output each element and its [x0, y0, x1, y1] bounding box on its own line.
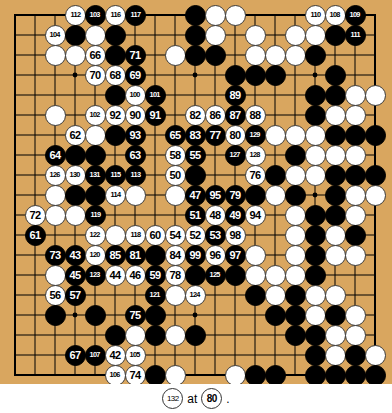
white-stone-118: 118 [125, 225, 146, 246]
black-stone-117: 117 [125, 5, 146, 26]
move-number: 83 [189, 130, 200, 141]
black-stone-125: 125 [205, 265, 226, 286]
white-stone-112: 112 [65, 5, 86, 26]
black-stone-97: 97 [225, 245, 246, 266]
black-stone [345, 225, 366, 246]
white-stone [285, 225, 306, 246]
move-number: 98 [229, 230, 240, 241]
white-stone [325, 245, 346, 266]
move-number: 45 [69, 270, 80, 281]
white-stone-102: 102 [85, 105, 106, 126]
move-number: 44 [109, 270, 120, 281]
black-stone [105, 125, 126, 146]
move-number: 110 [310, 11, 320, 19]
black-stone-51: 51 [185, 205, 206, 226]
white-stone [325, 345, 346, 366]
black-stone-87: 87 [225, 105, 246, 126]
black-stone-55: 55 [185, 145, 206, 166]
white-stone-48: 48 [205, 205, 226, 226]
black-stone [245, 285, 266, 306]
white-stone [45, 205, 66, 226]
black-stone [145, 305, 166, 326]
move-number: 113 [130, 171, 140, 179]
move-number: 127 [230, 151, 240, 159]
black-stone [305, 345, 326, 366]
move-number: 124 [190, 291, 200, 299]
white-stone [285, 245, 306, 266]
white-stone-90: 90 [125, 105, 146, 126]
move-number: 89 [229, 90, 240, 101]
move-number: 78 [169, 270, 180, 281]
black-stone-49: 49 [225, 205, 246, 226]
move-number: 105 [130, 351, 140, 359]
move-number: 42 [109, 350, 120, 361]
white-stone [205, 5, 226, 26]
white-stone [345, 245, 366, 266]
move-number: 93 [129, 130, 140, 141]
black-stone-83: 83 [185, 125, 206, 146]
black-stone-107: 107 [85, 345, 106, 366]
white-stone [45, 105, 66, 126]
move-number: 73 [49, 250, 60, 261]
white-stone-46: 46 [125, 265, 146, 286]
move-number: 121 [150, 291, 160, 299]
black-stone [105, 325, 126, 346]
white-stone [125, 185, 146, 206]
black-stone [325, 365, 346, 386]
move-number: 108 [330, 11, 340, 19]
white-stone-128: 128 [245, 145, 266, 166]
white-stone [265, 45, 286, 66]
move-number: 96 [209, 250, 220, 261]
black-stone [325, 205, 346, 226]
black-stone-127: 127 [225, 145, 246, 166]
move-number: 67 [69, 350, 80, 361]
white-stone [285, 265, 306, 286]
white-stone [345, 185, 366, 206]
white-stone [325, 145, 346, 166]
black-stone [45, 305, 66, 326]
white-stone [305, 305, 326, 326]
white-stone [245, 45, 266, 66]
black-stone-101: 101 [145, 85, 166, 106]
move-number: 72 [29, 210, 40, 221]
move-number: 79 [229, 190, 240, 201]
move-number: 46 [129, 270, 140, 281]
white-stone [325, 105, 346, 126]
move-number: 92 [109, 110, 120, 121]
white-stone-76: 76 [245, 165, 266, 186]
black-stone [185, 5, 206, 26]
move-number: 47 [189, 190, 200, 201]
move-number: 125 [210, 271, 220, 279]
move-number: 117 [130, 11, 140, 19]
black-stone-59: 59 [145, 265, 166, 286]
black-stone-61: 61 [25, 225, 46, 246]
white-stone [325, 225, 346, 246]
move-number: 55 [189, 150, 200, 161]
white-stone-126: 126 [45, 165, 66, 186]
move-number: 56 [49, 290, 60, 301]
white-stone [365, 345, 386, 366]
move-number: 100 [130, 91, 140, 99]
black-stone [345, 125, 366, 146]
white-stone-92: 92 [105, 105, 126, 126]
black-stone-113: 113 [125, 165, 146, 186]
white-stone-106: 106 [105, 365, 126, 386]
move-number: 97 [229, 250, 240, 261]
white-stone [245, 25, 266, 46]
move-number: 50 [169, 170, 180, 181]
move-number: 64 [49, 150, 60, 161]
move-number: 57 [69, 290, 80, 301]
black-stone [245, 185, 266, 206]
move-number: 69 [129, 70, 140, 81]
black-stone-45: 45 [65, 265, 86, 286]
move-number: 84 [169, 250, 180, 261]
black-stone [365, 125, 386, 146]
black-stone-81: 81 [125, 245, 146, 266]
black-stone-73: 73 [45, 245, 66, 266]
move-number: 77 [209, 130, 220, 141]
move-number: 129 [250, 131, 260, 139]
move-number: 48 [209, 210, 220, 221]
black-stone [225, 265, 246, 286]
white-stone [85, 125, 106, 146]
black-stone [305, 205, 326, 226]
move-number: 80 [229, 130, 240, 141]
black-stone [325, 185, 346, 206]
black-stone-91: 91 [145, 105, 166, 126]
black-stone-43: 43 [65, 245, 86, 266]
black-stone [265, 365, 286, 386]
white-stone [305, 165, 326, 186]
white-stone [45, 45, 66, 66]
white-stone-105: 105 [125, 345, 146, 366]
black-stone [65, 25, 86, 46]
black-stone [305, 365, 326, 386]
black-stone [365, 165, 386, 186]
move-number: 43 [69, 250, 80, 261]
black-stone [285, 285, 306, 306]
move-number: 103 [90, 11, 100, 19]
black-stone-121: 121 [145, 285, 166, 306]
black-stone-67: 67 [65, 345, 86, 366]
move-number: 122 [90, 231, 100, 239]
move-number: 68 [109, 70, 120, 81]
black-stone [185, 265, 206, 286]
white-stone-116: 116 [105, 5, 126, 26]
black-stone [65, 145, 86, 166]
move-number: 66 [89, 50, 100, 61]
white-stone-66: 66 [85, 45, 106, 66]
move-number: 53 [209, 230, 220, 241]
white-stone-86: 86 [205, 105, 226, 126]
white-stone-54: 54 [165, 225, 186, 246]
move-number: 59 [149, 270, 160, 281]
white-stone-82: 82 [185, 105, 206, 126]
black-stone [305, 45, 326, 66]
black-stone [365, 365, 386, 386]
white-stone [265, 265, 286, 286]
black-stone [325, 165, 346, 186]
move-number: 106 [110, 371, 120, 379]
black-stone-129: 129 [245, 125, 266, 146]
black-stone-123: 123 [85, 265, 106, 286]
move-number: 58 [169, 150, 180, 161]
black-stone [305, 245, 326, 266]
white-stone [45, 265, 66, 286]
move-number: 116 [110, 11, 120, 19]
black-stone-69: 69 [125, 65, 146, 86]
black-stone [245, 365, 266, 386]
white-stone [105, 225, 126, 246]
black-stone [265, 65, 286, 86]
black-stone-93: 93 [125, 125, 146, 146]
white-stone [165, 45, 186, 66]
move-number: 119 [90, 211, 100, 219]
white-stone [345, 145, 366, 166]
black-stone [285, 145, 306, 166]
go-diagram: 1121031161171101081091041116671706869100… [0, 0, 392, 413]
move-number: 114 [110, 191, 120, 199]
black-stone-109: 109 [345, 5, 366, 26]
white-stone-70: 70 [85, 65, 106, 86]
white-stone [285, 125, 306, 146]
white-stone-130: 130 [65, 165, 86, 186]
white-stone-98: 98 [225, 225, 246, 246]
move-number: 107 [90, 351, 100, 359]
black-stone-79: 79 [225, 185, 246, 206]
white-stone-124: 124 [185, 285, 206, 306]
move-number: 128 [250, 151, 260, 159]
white-stone [365, 185, 386, 206]
black-stone [185, 45, 206, 66]
black-stone [105, 45, 126, 66]
white-stone-96: 96 [205, 245, 226, 266]
move-number: 85 [109, 250, 120, 261]
white-stone [345, 305, 366, 326]
white-stone [305, 285, 326, 306]
white-stone [325, 325, 346, 346]
black-stone-85: 85 [105, 245, 126, 266]
move-number: 63 [129, 150, 140, 161]
move-number: 102 [90, 111, 100, 119]
black-stone-63: 63 [125, 145, 146, 166]
white-stone [245, 245, 266, 266]
move-number: 52 [189, 230, 200, 241]
white-stone-80: 80 [225, 125, 246, 146]
black-stone-65: 65 [165, 125, 186, 146]
move-number: 101 [150, 91, 160, 99]
white-stone [165, 365, 186, 386]
white-stone [165, 325, 186, 346]
black-stone-47: 47 [185, 185, 206, 206]
black-stone [65, 185, 86, 206]
white-stone-78: 78 [165, 265, 186, 286]
black-stone [185, 165, 206, 186]
move-number: 104 [50, 31, 60, 39]
white-stone [225, 365, 246, 386]
white-stone-94: 94 [245, 205, 266, 226]
white-stone [65, 45, 86, 66]
black-stone [345, 165, 366, 186]
black-stone [145, 325, 166, 346]
white-stone-52: 52 [185, 225, 206, 246]
black-stone [225, 65, 246, 86]
black-stone [85, 305, 106, 326]
move-number: 75 [129, 310, 140, 321]
black-stone [345, 345, 366, 366]
white-stone-42: 42 [105, 345, 126, 366]
white-stone [65, 205, 86, 226]
black-stone [305, 105, 326, 126]
move-number: 76 [249, 170, 260, 181]
white-stone [305, 145, 326, 166]
white-stone [165, 185, 186, 206]
move-number: 71 [129, 50, 140, 61]
move-number: 91 [149, 110, 160, 121]
black-stone-99: 99 [185, 245, 206, 266]
black-stone [105, 85, 126, 106]
black-stone-64: 64 [45, 145, 66, 166]
caption-target-stone: 80 [201, 388, 222, 409]
white-stone-100: 100 [125, 85, 146, 106]
move-number: 87 [229, 110, 240, 121]
move-number: 82 [189, 110, 200, 121]
black-stone-103: 103 [85, 5, 106, 26]
black-stone [205, 45, 226, 66]
white-stone-110: 110 [305, 5, 326, 26]
white-stone [85, 25, 106, 46]
black-stone-119: 119 [85, 205, 106, 226]
white-stone-60: 60 [145, 225, 166, 246]
black-stone-53: 53 [205, 225, 226, 246]
white-stone-50: 50 [165, 165, 186, 186]
white-stone [285, 205, 306, 226]
move-number: 123 [90, 271, 100, 279]
white-stone-120: 120 [85, 245, 106, 266]
black-stone [265, 165, 286, 186]
black-stone [325, 25, 346, 46]
move-caption: 132 at 80 . [0, 384, 392, 413]
move-number: 88 [249, 110, 260, 121]
move-number: 65 [169, 130, 180, 141]
white-stone [265, 285, 286, 306]
black-stone [345, 365, 366, 386]
caption-word: at [187, 392, 197, 406]
move-number: 118 [130, 231, 140, 239]
white-stone-88: 88 [245, 105, 266, 126]
white-stone [285, 165, 306, 186]
white-stone [305, 25, 326, 46]
move-number: 60 [149, 230, 160, 241]
white-stone [345, 205, 366, 226]
move-number: 70 [89, 70, 100, 81]
move-number: 131 [90, 171, 100, 179]
black-stone [285, 305, 306, 326]
white-stone-84: 84 [165, 245, 186, 266]
black-stone-57: 57 [65, 285, 86, 306]
white-stone-108: 108 [325, 5, 346, 26]
move-number: 94 [249, 210, 260, 221]
caption-move-stone: 132 [162, 388, 183, 409]
move-number: 61 [29, 230, 40, 241]
white-stone-74: 74 [125, 365, 146, 386]
move-number: 130 [70, 171, 80, 179]
white-stone-62: 62 [65, 125, 86, 146]
black-stone [305, 225, 326, 246]
black-stone [145, 365, 166, 386]
white-stone [345, 325, 366, 346]
black-stone [265, 305, 286, 326]
go-board[interactable]: 1121031161171101081091041116671706869100… [0, 0, 392, 384]
move-number: 81 [129, 250, 140, 261]
black-stone-131: 131 [85, 165, 106, 186]
white-stone-68: 68 [105, 65, 126, 86]
black-stone [325, 305, 346, 326]
black-stone-75: 75 [125, 305, 146, 326]
white-stone-58: 58 [165, 145, 186, 166]
move-number: 111 [350, 31, 360, 39]
move-number: 90 [129, 110, 140, 121]
move-number: 54 [169, 230, 180, 241]
black-stone [325, 125, 346, 146]
white-stone-56: 56 [45, 285, 66, 306]
black-stone [285, 325, 306, 346]
black-stone-71: 71 [125, 45, 146, 66]
white-stone [45, 185, 66, 206]
move-number: 86 [209, 110, 220, 121]
move-number: 120 [90, 251, 100, 259]
black-stone [185, 325, 206, 346]
white-stone [285, 45, 306, 66]
move-number: 112 [70, 11, 80, 19]
black-stone-89: 89 [225, 85, 246, 106]
move-number: 99 [189, 250, 200, 261]
white-stone [365, 85, 386, 106]
move-number: 51 [189, 210, 200, 221]
black-stone-95: 95 [205, 185, 226, 206]
white-stone [265, 185, 286, 206]
white-stone-44: 44 [105, 265, 126, 286]
move-number: 95 [209, 190, 220, 201]
white-stone [345, 105, 366, 126]
black-stone [145, 245, 166, 266]
white-stone [205, 25, 226, 46]
white-stone [325, 285, 346, 306]
black-stone [325, 65, 346, 86]
black-stone [105, 25, 126, 46]
move-number: 62 [69, 130, 80, 141]
white-stone [225, 5, 246, 26]
move-number: 109 [350, 11, 360, 19]
white-stone [305, 125, 326, 146]
white-stone [245, 265, 266, 286]
move-number: 115 [110, 171, 120, 179]
white-stone-104: 104 [45, 25, 66, 46]
black-stone [185, 25, 206, 46]
white-stone [125, 325, 146, 346]
black-stone [285, 185, 306, 206]
black-stone [305, 265, 326, 286]
white-stone [265, 125, 286, 146]
black-stone [305, 325, 326, 346]
black-stone [245, 65, 266, 86]
white-stone-72: 72 [25, 205, 46, 226]
black-stone [85, 185, 106, 206]
white-stone [345, 85, 366, 106]
